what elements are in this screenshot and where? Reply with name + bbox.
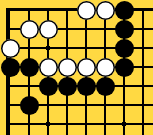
go-board[interactable]: ○○●○○●○●●●○○○○●●●●●●	[0, 0, 153, 135]
stone-white[interactable]: ○	[20, 20, 39, 39]
stone-black[interactable]: ●	[96, 77, 115, 96]
stone-white[interactable]: ○	[96, 1, 115, 20]
stone-black[interactable]: ●	[1, 58, 20, 77]
stone-black[interactable]: ●	[115, 20, 134, 39]
stone-black[interactable]: ●	[58, 77, 77, 96]
stone-black[interactable]: ●	[39, 77, 58, 96]
stone-black[interactable]: ●	[115, 58, 134, 77]
stone-white[interactable]: ○	[58, 58, 77, 77]
stone-black[interactable]: ●	[20, 96, 39, 115]
stone-white[interactable]: ○	[77, 58, 96, 77]
stone-black[interactable]: ●	[115, 39, 134, 58]
stone-white[interactable]: ○	[39, 58, 58, 77]
stone-black[interactable]: ●	[20, 58, 39, 77]
stone-white[interactable]: ○	[1, 39, 20, 58]
stone-black[interactable]: ●	[115, 1, 134, 20]
stone-white[interactable]: ○	[39, 20, 58, 39]
stone-white[interactable]: ○	[77, 1, 96, 20]
stone-white[interactable]: ○	[96, 58, 115, 77]
stones-grid: ○○●○○●○●●●○○○○●●●●●●	[1, 1, 153, 134]
stone-black[interactable]: ●	[77, 77, 96, 96]
